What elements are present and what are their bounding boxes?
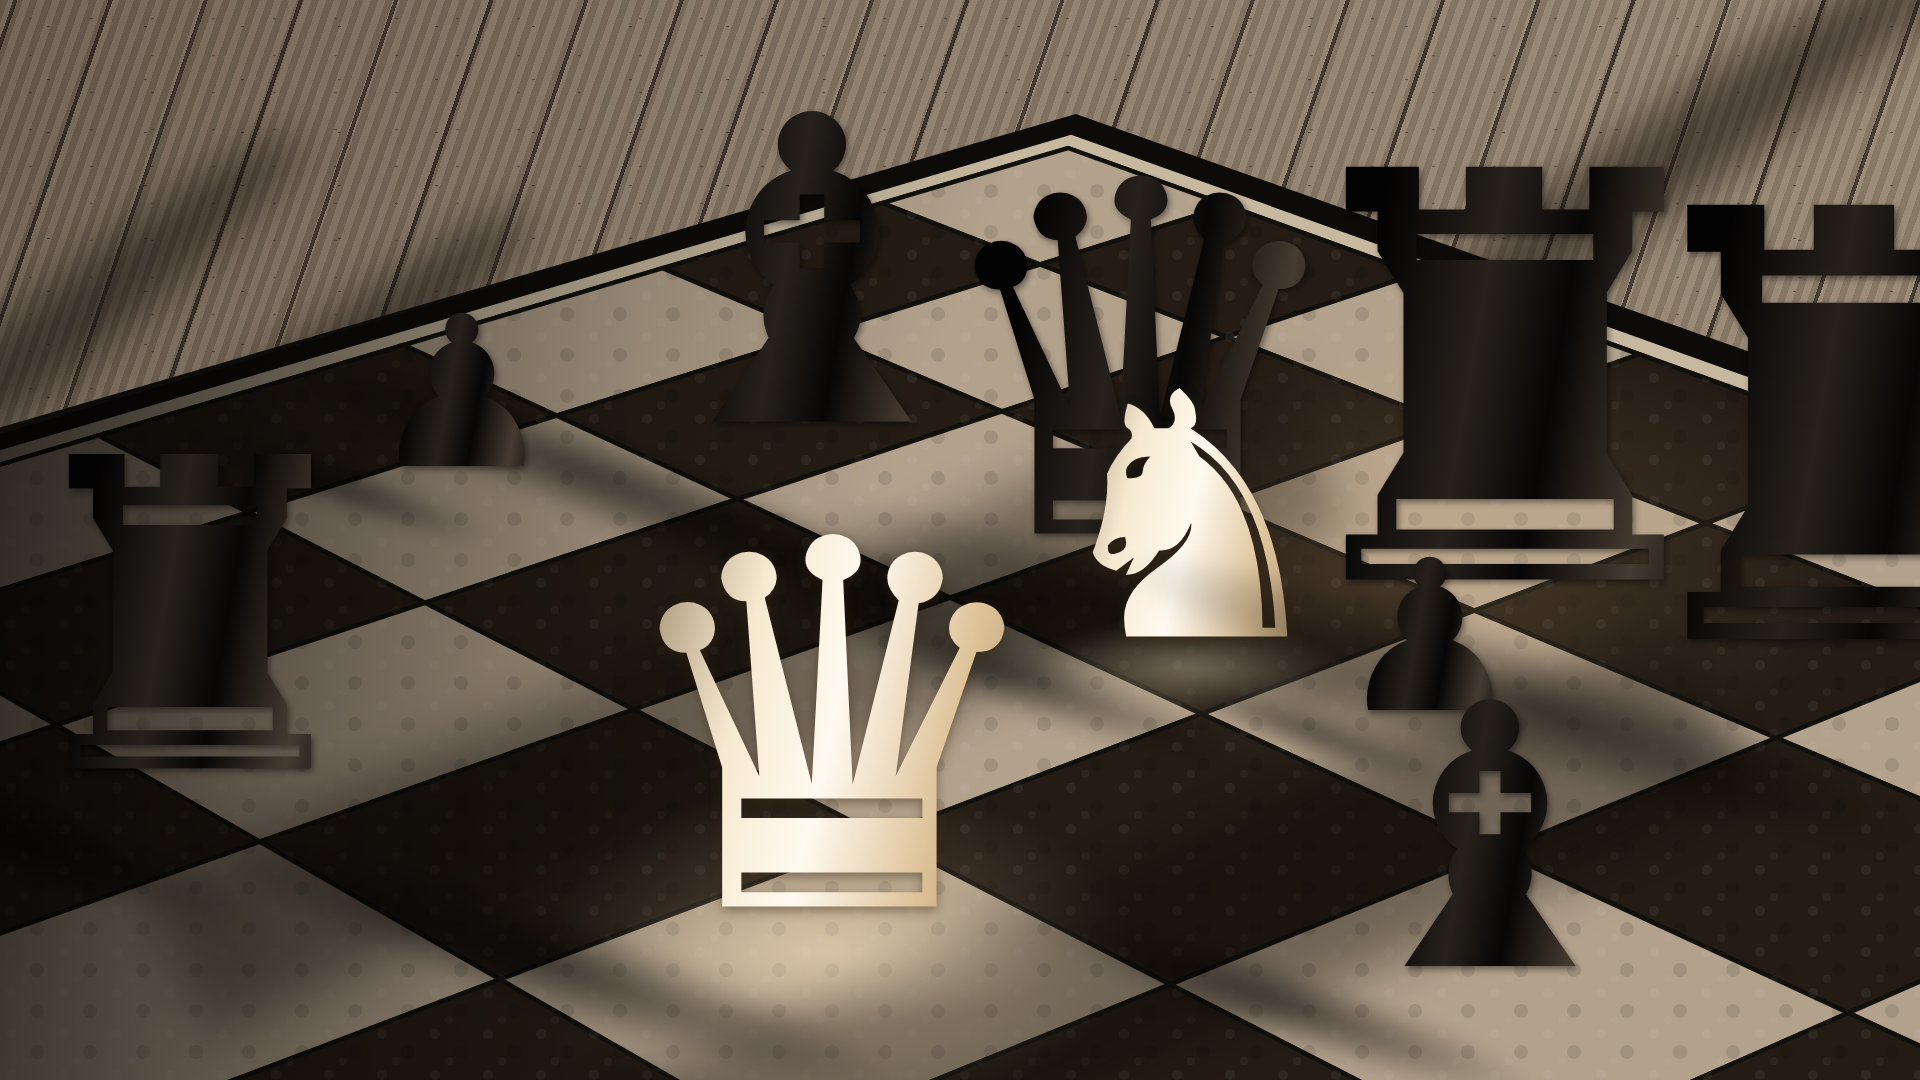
- piece-white-queen-d4[interactable]: ♛: [603, 476, 1060, 986]
- piece-black-bishop-a4[interactable]: ♝: [1326, 657, 1653, 1022]
- piece-black-rook-f3[interactable]: ♜: [0, 404, 383, 834]
- piece-white-knight-d6[interactable]: ♞: [1038, 348, 1343, 688]
- pieces-layer: ♝♟♛♜♞♜♟♜♛♝: [0, 0, 1920, 1080]
- piece-black-pawn-h6[interactable]: ♟: [368, 289, 556, 499]
- chess-scene-3d: ♝♟♛♜♞♜♟♜♛♝: [0, 0, 1920, 1080]
